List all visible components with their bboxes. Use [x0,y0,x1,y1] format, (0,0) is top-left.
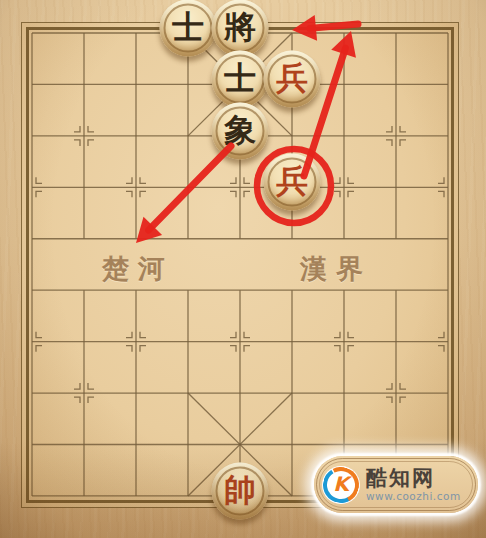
piece-red-general[interactable]: 帥 [212,462,269,519]
cell-0-8[interactable] [6,419,58,470]
piece-red-soldier-a[interactable]: 兵 [264,51,321,108]
cell-8-3[interactable] [422,162,474,213]
cell-1-1[interactable] [58,59,110,110]
cell-3-8[interactable] [162,419,214,470]
piece-red-soldier-b[interactable]: 兵 [264,154,321,211]
cell-2-4[interactable] [110,213,162,264]
cell-7-1[interactable] [370,59,422,110]
cell-6-4[interactable] [318,213,370,264]
cell-7-7[interactable] [370,367,422,418]
cell-0-2[interactable] [6,110,58,161]
cell-3-9[interactable] [162,470,214,521]
cell-6-2[interactable] [318,110,370,161]
piece-glyph: 兵 [264,51,321,108]
cell-2-8[interactable] [110,419,162,470]
cell-0-3[interactable] [6,162,58,213]
cell-7-4[interactable] [370,213,422,264]
cell-8-0[interactable] [422,7,474,58]
piece-glyph: 兵 [264,154,321,211]
cell-7-5[interactable] [370,264,422,315]
cell-1-8[interactable] [58,419,110,470]
cell-8-6[interactable] [422,316,474,367]
cell-7-6[interactable] [370,316,422,367]
cell-5-6[interactable] [266,316,318,367]
cell-6-7[interactable] [318,367,370,418]
piece-black-elephant[interactable]: 象 [212,102,269,159]
cell-0-9[interactable] [6,470,58,521]
cell-1-4[interactable] [58,213,110,264]
cell-3-2[interactable] [162,110,214,161]
cell-2-1[interactable] [110,59,162,110]
piece-glyph: 士 [160,0,217,57]
cell-8-2[interactable] [422,110,474,161]
cell-6-0[interactable] [318,7,370,58]
cell-8-7[interactable] [422,367,474,418]
cell-0-0[interactable] [6,7,58,58]
cell-5-7[interactable] [266,367,318,418]
cell-7-0[interactable] [370,7,422,58]
cell-1-0[interactable] [58,7,110,58]
cell-8-1[interactable] [422,59,474,110]
cell-1-2[interactable] [58,110,110,161]
xiangqi-screenshot: 楚河 漢界 士將士兵象兵帥 K 酷知网 www.coozhi.com [0,0,486,538]
piece-black-general[interactable]: 將 [212,0,269,57]
cell-3-7[interactable] [162,367,214,418]
cell-3-4[interactable] [162,213,214,264]
cell-0-1[interactable] [6,59,58,110]
cell-6-5[interactable] [318,264,370,315]
board-grid: 士將士兵象兵帥 [6,7,474,521]
cell-5-9[interactable] [266,470,318,521]
cell-4-3[interactable] [214,162,266,213]
piece-glyph: 象 [212,102,269,159]
cell-0-5[interactable] [6,264,58,315]
cell-6-3[interactable] [318,162,370,213]
cell-3-6[interactable] [162,316,214,367]
cell-2-9[interactable] [110,470,162,521]
cell-7-3[interactable] [370,162,422,213]
cell-2-5[interactable] [110,264,162,315]
cell-3-3[interactable] [162,162,214,213]
cell-7-2[interactable] [370,110,422,161]
cell-3-5[interactable] [162,264,214,315]
cell-2-7[interactable] [110,367,162,418]
cell-5-5[interactable] [266,264,318,315]
cell-8-5[interactable] [422,264,474,315]
cell-0-4[interactable] [6,213,58,264]
cell-1-7[interactable] [58,367,110,418]
cell-1-5[interactable] [58,264,110,315]
cell-5-1[interactable]: 兵 [266,59,318,110]
watermark-site-name: 酷知网 [366,467,435,489]
logo-letter: K [322,466,360,504]
cell-5-8[interactable] [266,419,318,470]
cell-3-1[interactable] [162,59,214,110]
cell-2-3[interactable] [110,162,162,213]
cell-5-4[interactable] [266,213,318,264]
cell-2-2[interactable] [110,110,162,161]
piece-glyph: 帥 [212,462,269,519]
watermark-badge[interactable]: K 酷知网 www.coozhi.com [314,456,478,513]
watermark-site-url: www.coozhi.com [366,491,461,502]
cell-1-3[interactable] [58,162,110,213]
cell-4-5[interactable] [214,264,266,315]
cell-1-6[interactable] [58,316,110,367]
cell-0-7[interactable] [6,367,58,418]
cell-6-1[interactable] [318,59,370,110]
cell-8-4[interactable] [422,213,474,264]
cell-4-6[interactable] [214,316,266,367]
cell-1-9[interactable] [58,470,110,521]
piece-black-advisor-b[interactable]: 士 [212,51,269,108]
cell-6-6[interactable] [318,316,370,367]
cell-5-3[interactable]: 兵 [266,162,318,213]
cell-0-6[interactable] [6,316,58,367]
cell-4-7[interactable] [214,367,266,418]
cell-2-0[interactable] [110,7,162,58]
piece-glyph: 將 [212,0,269,57]
piece-black-advisor-a[interactable]: 士 [160,0,217,57]
cell-4-2[interactable]: 象 [214,110,266,161]
cell-2-6[interactable] [110,316,162,367]
cell-4-4[interactable] [214,213,266,264]
cell-3-0[interactable]: 士 [162,7,214,58]
cell-4-9[interactable]: 帥 [214,470,266,521]
piece-glyph: 士 [212,51,269,108]
coozhi-logo-icon: K [322,466,360,504]
